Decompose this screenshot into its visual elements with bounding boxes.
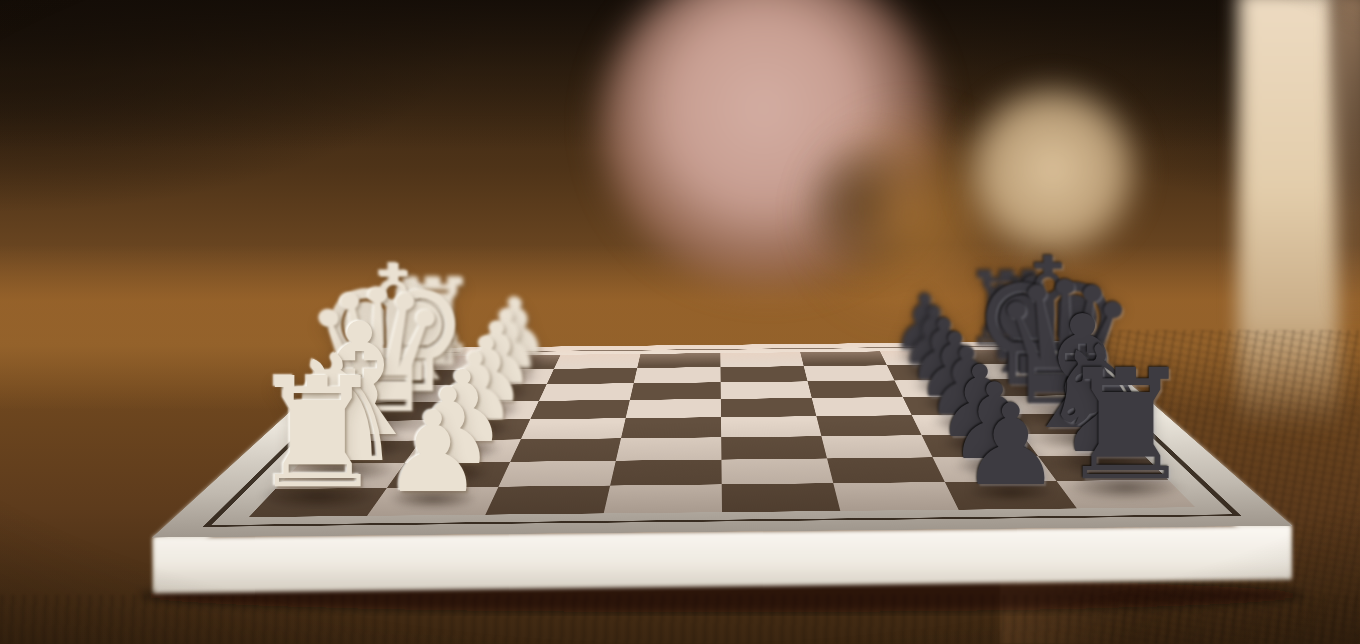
square-a4[interactable] bbox=[604, 484, 722, 513]
square-c3[interactable] bbox=[510, 438, 621, 461]
square-f4[interactable] bbox=[630, 382, 721, 400]
square-f5[interactable] bbox=[721, 381, 812, 399]
square-g4[interactable] bbox=[634, 367, 721, 383]
square-h6[interactable] bbox=[800, 351, 887, 366]
square-e5[interactable] bbox=[721, 398, 817, 417]
square-f3[interactable] bbox=[539, 383, 634, 401]
photo-scene: ♜♞♝♛♚♝♞♜♟♟♟♟♟♟♟♟♟♟♟♟♟♟♟♟♜♞♝♛♚♝♞♜ bbox=[0, 0, 1360, 644]
square-b5[interactable] bbox=[721, 458, 833, 484]
black-rook[interactable]: ♜ bbox=[1057, 353, 1194, 498]
square-c4[interactable] bbox=[616, 437, 722, 460]
square-h4[interactable] bbox=[637, 353, 720, 368]
square-f6[interactable] bbox=[808, 380, 903, 398]
square-d6[interactable] bbox=[816, 415, 921, 436]
square-a3[interactable] bbox=[485, 486, 610, 515]
square-b6[interactable] bbox=[827, 457, 945, 483]
square-c5[interactable] bbox=[721, 436, 827, 459]
square-b4[interactable] bbox=[610, 460, 722, 486]
square-h5[interactable] bbox=[720, 352, 803, 367]
square-c6[interactable] bbox=[821, 435, 932, 458]
square-g6[interactable] bbox=[804, 365, 895, 381]
square-g5[interactable] bbox=[720, 366, 807, 382]
square-e6[interactable] bbox=[812, 397, 912, 416]
square-a5[interactable] bbox=[722, 483, 841, 512]
square-e3[interactable] bbox=[530, 400, 630, 419]
square-d4[interactable] bbox=[621, 417, 721, 438]
white-rook[interactable]: ♜ bbox=[250, 362, 386, 506]
white-pawn[interactable]: ♟ bbox=[383, 399, 483, 505]
square-d5[interactable] bbox=[721, 416, 821, 437]
square-e4[interactable] bbox=[626, 399, 721, 418]
black-pawn[interactable]: ♟ bbox=[961, 392, 1062, 499]
square-h3[interactable] bbox=[554, 354, 640, 369]
square-g3[interactable] bbox=[547, 368, 637, 384]
square-d3[interactable] bbox=[521, 418, 626, 439]
square-b3[interactable] bbox=[499, 461, 616, 487]
square-a6[interactable] bbox=[833, 482, 958, 511]
